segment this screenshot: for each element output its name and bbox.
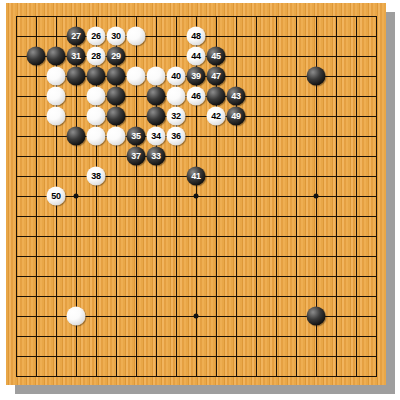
black-stone — [67, 67, 86, 86]
black-stone — [107, 107, 126, 126]
grid-line — [356, 16, 357, 377]
white-stone-move-28: 28 — [87, 47, 106, 66]
move-number-label: 35 — [131, 132, 140, 141]
move-number-label: 44 — [191, 52, 200, 61]
grid-line — [16, 376, 377, 377]
move-number-label: 29 — [111, 52, 120, 61]
move-number-label: 31 — [71, 52, 80, 61]
grid-line — [376, 16, 377, 377]
grid-line — [276, 16, 277, 377]
white-stone — [87, 127, 106, 146]
white-stone — [47, 87, 66, 106]
move-number-label: 43 — [231, 92, 240, 101]
move-number-label: 38 — [91, 172, 100, 181]
grid-line — [16, 236, 377, 237]
star-point — [74, 194, 79, 199]
move-number-label: 34 — [151, 132, 160, 141]
black-stone-move-33: 33 — [147, 147, 166, 166]
white-stone — [127, 27, 146, 46]
white-stone-move-46: 46 — [187, 87, 206, 106]
move-number-label: 50 — [51, 192, 60, 201]
move-number-label: 40 — [171, 72, 180, 81]
white-stone — [127, 67, 146, 86]
grid-line — [16, 216, 377, 217]
move-number-label: 46 — [191, 92, 200, 101]
white-stone — [87, 87, 106, 106]
white-stone — [87, 107, 106, 126]
black-stone-move-31: 31 — [67, 47, 86, 66]
grid-line — [256, 16, 257, 377]
move-number-label: 48 — [191, 32, 200, 41]
black-stone — [27, 47, 46, 66]
star-point — [194, 314, 199, 319]
star-point — [314, 194, 319, 199]
grid-line — [16, 356, 377, 357]
grid-line — [16, 256, 377, 257]
grid-line — [16, 296, 377, 297]
white-stone-move-30: 30 — [107, 27, 126, 46]
white-stone-move-40: 40 — [167, 67, 186, 86]
move-number-label: 47 — [211, 72, 220, 81]
move-number-label: 42 — [211, 112, 220, 121]
grid-line — [296, 16, 297, 377]
move-number-label: 32 — [171, 112, 180, 121]
white-stone — [67, 307, 86, 326]
black-stone — [147, 87, 166, 106]
move-number-label: 49 — [231, 112, 240, 121]
grid-line — [16, 336, 377, 337]
black-stone-move-35: 35 — [127, 127, 146, 146]
white-stone-move-26: 26 — [87, 27, 106, 46]
white-stone — [107, 127, 126, 146]
grid-line — [236, 16, 237, 377]
white-stone-move-34: 34 — [147, 127, 166, 146]
move-number-label: 27 — [71, 32, 80, 41]
white-stone-move-32: 32 — [167, 107, 186, 126]
white-stone-move-36: 36 — [167, 127, 186, 146]
move-number-label: 45 — [211, 52, 220, 61]
white-stone-move-42: 42 — [207, 107, 226, 126]
black-stone — [307, 307, 326, 326]
grid-line — [16, 276, 377, 277]
white-stone — [47, 67, 66, 86]
black-stone — [47, 47, 66, 66]
black-stone — [107, 67, 126, 86]
move-number-label: 28 — [91, 52, 100, 61]
black-stone — [107, 87, 126, 106]
black-stone — [67, 127, 86, 146]
black-stone-move-49: 49 — [227, 107, 246, 126]
black-stone-move-47: 47 — [207, 67, 226, 86]
white-stone — [167, 87, 186, 106]
black-stone-move-43: 43 — [227, 87, 246, 106]
move-number-label: 36 — [171, 132, 180, 141]
white-stone-move-38: 38 — [87, 167, 106, 186]
move-number-label: 41 — [191, 172, 200, 181]
move-number-label: 30 — [111, 32, 120, 41]
grid-line — [336, 16, 337, 377]
black-stone-move-27: 27 — [67, 27, 86, 46]
black-stone — [87, 67, 106, 86]
white-stone-move-44: 44 — [187, 47, 206, 66]
black-stone-move-45: 45 — [207, 47, 226, 66]
move-number-label: 33 — [151, 152, 160, 161]
black-stone-move-41: 41 — [187, 167, 206, 186]
page: 2726304831282944454039474643324249353436… — [0, 0, 400, 400]
white-stone — [47, 107, 66, 126]
go-board[interactable]: 2726304831282944454039474643324249353436… — [6, 3, 386, 385]
black-stone — [207, 87, 226, 106]
move-number-label: 26 — [91, 32, 100, 41]
white-stone-move-50: 50 — [47, 187, 66, 206]
star-point — [194, 194, 199, 199]
white-stone — [147, 67, 166, 86]
white-stone-move-48: 48 — [187, 27, 206, 46]
black-stone — [307, 67, 326, 86]
black-stone-move-37: 37 — [127, 147, 146, 166]
move-number-label: 37 — [131, 152, 140, 161]
black-stone-move-39: 39 — [187, 67, 206, 86]
black-stone — [147, 107, 166, 126]
move-number-label: 39 — [191, 72, 200, 81]
black-stone-move-29: 29 — [107, 47, 126, 66]
